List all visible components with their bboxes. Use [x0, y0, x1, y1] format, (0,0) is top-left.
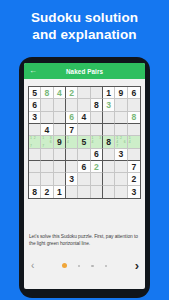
- cell-r4c4[interactable]: 7: [66, 124, 78, 136]
- cell-r8c2[interactable]: [41, 173, 53, 185]
- cell-r7c3[interactable]: [54, 161, 66, 173]
- pencil-marks: 14: [128, 136, 140, 147]
- pencil-mark-digit: 7: [29, 144, 33, 148]
- cell-r2c7[interactable]: 3: [103, 99, 115, 111]
- pager-dot-3[interactable]: [91, 265, 94, 268]
- cell-r9c8[interactable]: [115, 186, 127, 198]
- pencil-marks: 14: [66, 136, 77, 147]
- cell-r9c5[interactable]: [78, 186, 90, 198]
- cell-r6c5[interactable]: [78, 149, 90, 161]
- cell-r5c6[interactable]: 134: [91, 136, 103, 148]
- cell-r3c1[interactable]: 3: [29, 112, 41, 124]
- cell-r5c7[interactable]: 8: [103, 136, 115, 148]
- phone-frame: ← Naked Pairs 58421966833648471271367914…: [19, 57, 150, 298]
- cell-r6c2[interactable]: [41, 149, 53, 161]
- cell-r5c5[interactable]: 5: [78, 136, 90, 148]
- cell-r7c8[interactable]: [115, 161, 127, 173]
- cell-r8c5[interactable]: [78, 173, 90, 185]
- cell-r7c4[interactable]: [66, 161, 78, 173]
- cell-r8c1[interactable]: [29, 173, 41, 185]
- cell-r8c9[interactable]: 2: [128, 173, 140, 185]
- pencil-mark-digit: 4: [91, 140, 95, 144]
- cell-r3c9[interactable]: 8: [128, 112, 140, 124]
- cell-r6c3[interactable]: [54, 149, 66, 161]
- cell-r9c4[interactable]: [66, 186, 78, 198]
- cell-r2c5[interactable]: [78, 99, 90, 111]
- pager: ‹ ›: [31, 260, 139, 272]
- cell-r1c2[interactable]: 8: [41, 87, 53, 99]
- cell-r4c2[interactable]: 4: [41, 124, 53, 136]
- cell-r3c8[interactable]: [115, 112, 127, 124]
- cell-r2c2[interactable]: [41, 99, 53, 111]
- cell-r7c7[interactable]: [103, 161, 115, 173]
- cell-r6c7[interactable]: [103, 149, 115, 161]
- cell-r5c2[interactable]: 1367: [41, 136, 53, 148]
- pencil-marks: 134: [91, 136, 102, 147]
- explanation-text: Let's solve this Sudoku puzzle. First, p…: [29, 233, 141, 248]
- cell-r9c7[interactable]: [103, 186, 115, 198]
- page-title-line1: Sudoku solution: [0, 9, 169, 26]
- cell-r6c1[interactable]: [29, 149, 41, 161]
- cell-r6c6[interactable]: 6: [91, 149, 103, 161]
- app-header-title: Naked Pairs: [66, 68, 103, 75]
- cell-r1c4[interactable]: 2: [66, 87, 78, 99]
- page-title: Sudoku solution and explanation: [0, 0, 169, 43]
- pager-dot-4[interactable]: [105, 265, 108, 268]
- cell-r2c9[interactable]: [128, 99, 140, 111]
- next-page-icon[interactable]: ›: [135, 261, 139, 271]
- cell-r8c7[interactable]: [103, 173, 115, 185]
- pencil-mark-digit: 4: [66, 140, 70, 144]
- phone-screen: ← Naked Pairs 58421966833648471271367914…: [24, 63, 145, 289]
- pencil-mark-digit: 4: [128, 140, 132, 144]
- cell-r8c8[interactable]: [115, 173, 127, 185]
- cell-r1c8[interactable]: 9: [115, 87, 127, 99]
- cell-r2c4[interactable]: [66, 99, 78, 111]
- pencil-mark-digit: 3: [98, 136, 102, 140]
- pencil-mark-digit: 6: [123, 140, 127, 144]
- cell-r4c9[interactable]: [128, 124, 140, 136]
- cell-r9c2[interactable]: 2: [41, 186, 53, 198]
- cell-r7c1[interactable]: [29, 161, 41, 173]
- cell-r4c1[interactable]: [29, 124, 41, 136]
- page-title-line2: and explanation: [0, 26, 169, 43]
- pencil-marks: 127: [29, 136, 40, 147]
- cell-r8c3[interactable]: [54, 173, 66, 185]
- pager-dot-2[interactable]: [78, 265, 81, 268]
- cell-r7c5[interactable]: 6: [78, 161, 90, 173]
- cell-r5c8[interactable]: 12467: [115, 136, 127, 148]
- cell-r3c4[interactable]: 6: [66, 112, 78, 124]
- cell-r2c3[interactable]: [54, 99, 66, 111]
- cell-r9c3[interactable]: 1: [54, 186, 66, 198]
- cell-r4c6[interactable]: [91, 124, 103, 136]
- cell-r3c3[interactable]: [54, 112, 66, 124]
- pencil-mark-digit: 1: [41, 136, 45, 140]
- cell-r7c2[interactable]: [41, 161, 53, 173]
- cell-r7c6[interactable]: 2: [91, 161, 103, 173]
- cell-r1c9[interactable]: 6: [128, 87, 140, 99]
- pager-dot-1[interactable]: [62, 263, 67, 268]
- pager-dots: [34, 263, 134, 268]
- cell-r1c6[interactable]: [91, 87, 103, 99]
- cell-r2c8[interactable]: [115, 99, 127, 111]
- cell-r5c4[interactable]: 14: [66, 136, 78, 148]
- cell-r4c7[interactable]: [103, 124, 115, 136]
- cell-r6c4[interactable]: [66, 149, 78, 161]
- cell-r1c5[interactable]: [78, 87, 90, 99]
- app-header: ← Naked Pairs: [24, 63, 145, 79]
- back-arrow-icon[interactable]: ←: [29, 63, 37, 79]
- cell-r3c5[interactable]: 4: [78, 112, 90, 124]
- cell-r3c6[interactable]: [91, 112, 103, 124]
- pencil-marks: 1367: [41, 136, 52, 147]
- cell-r5c3[interactable]: 9: [54, 136, 66, 148]
- cell-r1c3[interactable]: 4: [54, 87, 66, 99]
- cell-r5c1[interactable]: 127: [29, 136, 41, 148]
- cell-r4c5[interactable]: [78, 124, 90, 136]
- cell-r7c9[interactable]: 7: [128, 161, 140, 173]
- pencil-mark-digit: 2: [33, 136, 37, 140]
- cell-r8c6[interactable]: [91, 173, 103, 185]
- cell-r9c1[interactable]: 8: [29, 186, 41, 198]
- cell-r9c9[interactable]: 3: [128, 186, 140, 198]
- cell-r1c7[interactable]: 1: [103, 87, 115, 99]
- pencil-mark-digit: 6: [49, 140, 53, 144]
- cell-r1c1[interactable]: 5: [29, 87, 41, 99]
- cell-r6c8[interactable]: 3: [115, 149, 127, 161]
- cell-r4c3[interactable]: [54, 124, 66, 136]
- pencil-marks: 12467: [115, 136, 126, 147]
- cell-r3c7[interactable]: [103, 112, 115, 124]
- cell-r6c9[interactable]: [128, 149, 140, 161]
- cell-r8c4[interactable]: 3: [66, 173, 78, 185]
- sudoku-grid: 5842196683364847127136791451348124671463…: [28, 86, 141, 199]
- cell-r5c9[interactable]: 14: [128, 136, 140, 148]
- cell-r2c6[interactable]: 8: [91, 99, 103, 111]
- cell-r9c6[interactable]: [91, 186, 103, 198]
- cell-r2c1[interactable]: 6: [29, 99, 41, 111]
- cell-r3c2[interactable]: [41, 112, 53, 124]
- cell-r4c8[interactable]: [115, 124, 127, 136]
